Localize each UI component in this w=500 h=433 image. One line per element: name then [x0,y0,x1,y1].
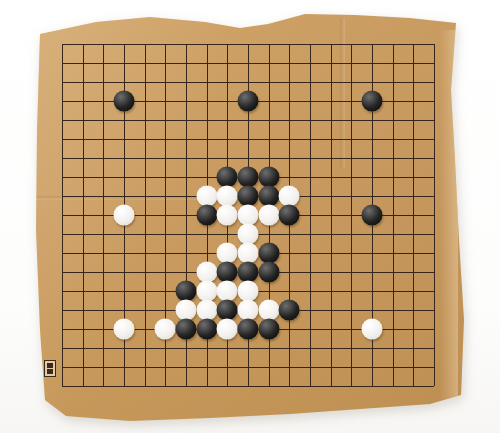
board-cloth [0,0,500,433]
stone-white[interactable] [217,281,238,302]
stone-white[interactable] [217,319,238,340]
stone-black[interactable] [217,300,238,321]
board-grid[interactable] [62,44,434,386]
stone-black[interactable] [362,91,383,112]
stone-black[interactable] [258,167,279,188]
stone-black[interactable] [196,319,217,340]
stone-white[interactable] [114,319,135,340]
stone-black[interactable] [114,91,135,112]
stone-white[interactable] [258,205,279,226]
stone-white[interactable] [217,205,238,226]
stone-black[interactable] [238,167,259,188]
grid-line-vertical [351,44,352,386]
grid-line-vertical [331,44,332,386]
stone-white[interactable] [217,243,238,264]
stone-white[interactable] [238,224,259,245]
corner-seal [44,360,56,377]
stone-white[interactable] [176,300,197,321]
stone-black[interactable] [362,205,383,226]
stone-white[interactable] [258,300,279,321]
stone-white[interactable] [238,300,259,321]
stone-black[interactable] [258,243,279,264]
cloth-edge-highlight [440,30,458,400]
stone-black[interactable] [279,205,300,226]
cloth-shadow-wrap [0,0,500,433]
stone-black[interactable] [176,281,197,302]
stone-white[interactable] [217,186,238,207]
stone-white[interactable] [155,319,176,340]
stone-black[interactable] [279,300,300,321]
grid-line-vertical [413,44,414,386]
grid-line-vertical [393,44,394,386]
stone-white[interactable] [238,281,259,302]
stone-white[interactable] [238,205,259,226]
stone-white[interactable] [238,243,259,264]
grid-line-vertical [310,44,311,386]
photo-backdrop [0,0,500,433]
stone-white[interactable] [196,300,217,321]
grid-line-horizontal [62,348,434,349]
stone-white[interactable] [196,186,217,207]
stone-white[interactable] [196,281,217,302]
grid-line-vertical [434,44,435,386]
stone-black[interactable] [258,186,279,207]
stone-white[interactable] [196,262,217,283]
stone-black[interactable] [217,262,238,283]
stone-black[interactable] [196,205,217,226]
stone-black[interactable] [238,91,259,112]
grid-line-horizontal [62,386,434,387]
stone-black[interactable] [238,262,259,283]
stone-black[interactable] [176,319,197,340]
stone-black[interactable] [258,319,279,340]
stone-black[interactable] [217,167,238,188]
stone-black[interactable] [238,319,259,340]
stone-white[interactable] [114,205,135,226]
stone-white[interactable] [362,319,383,340]
grid-line-horizontal [62,367,434,368]
stone-black[interactable] [258,262,279,283]
stone-black[interactable] [238,186,259,207]
stone-white[interactable] [279,186,300,207]
